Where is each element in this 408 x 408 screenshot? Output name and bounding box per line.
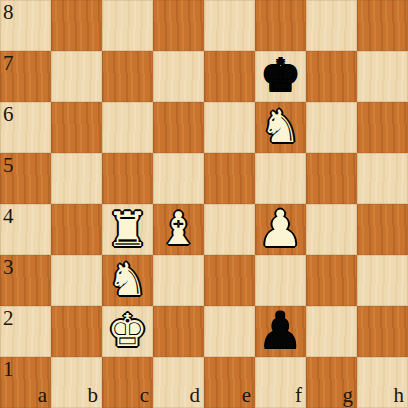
square-a6[interactable] bbox=[0, 102, 51, 153]
square-e3[interactable] bbox=[204, 255, 255, 306]
black-king: ♚ bbox=[260, 53, 300, 98]
white-rook: ♜ bbox=[106, 205, 149, 253]
square-g8[interactable] bbox=[306, 0, 357, 51]
square-c6[interactable] bbox=[102, 102, 153, 153]
square-a1[interactable] bbox=[0, 357, 51, 408]
square-g6[interactable] bbox=[306, 102, 357, 153]
square-d5[interactable] bbox=[153, 153, 204, 204]
square-d8[interactable] bbox=[153, 0, 204, 51]
square-b6[interactable] bbox=[51, 102, 102, 153]
square-f4[interactable]: ♟ bbox=[255, 204, 306, 255]
square-g3[interactable] bbox=[306, 255, 357, 306]
square-e8[interactable] bbox=[204, 0, 255, 51]
square-e1[interactable] bbox=[204, 357, 255, 408]
square-h1[interactable] bbox=[357, 357, 408, 408]
square-a5[interactable] bbox=[0, 153, 51, 204]
square-h5[interactable] bbox=[357, 153, 408, 204]
square-f8[interactable] bbox=[255, 0, 306, 51]
square-b5[interactable] bbox=[51, 153, 102, 204]
square-h4[interactable] bbox=[357, 204, 408, 255]
square-d4[interactable]: ♝ bbox=[153, 204, 204, 255]
square-c1[interactable] bbox=[102, 357, 153, 408]
square-b7[interactable] bbox=[51, 51, 102, 102]
square-d1[interactable] bbox=[153, 357, 204, 408]
square-f3[interactable] bbox=[255, 255, 306, 306]
white-bishop: ♝ bbox=[158, 206, 198, 251]
square-b3[interactable] bbox=[51, 255, 102, 306]
square-a3[interactable] bbox=[0, 255, 51, 306]
square-c7[interactable] bbox=[102, 51, 153, 102]
square-d6[interactable] bbox=[153, 102, 204, 153]
square-h3[interactable] bbox=[357, 255, 408, 306]
square-c4[interactable]: ♜ bbox=[102, 204, 153, 255]
white-king: ♚ bbox=[107, 308, 147, 353]
square-b4[interactable] bbox=[51, 204, 102, 255]
square-f2[interactable]: ♟ bbox=[255, 306, 306, 357]
chess-board: ♚♞♜♝♟♞♚♟87654321abcdefgh bbox=[0, 0, 408, 408]
square-c2[interactable]: ♚ bbox=[102, 306, 153, 357]
square-f1[interactable] bbox=[255, 357, 306, 408]
square-e4[interactable] bbox=[204, 204, 255, 255]
square-c3[interactable]: ♞ bbox=[102, 255, 153, 306]
square-e5[interactable] bbox=[204, 153, 255, 204]
white-pawn: ♟ bbox=[258, 204, 303, 254]
square-e6[interactable] bbox=[204, 102, 255, 153]
square-f7[interactable]: ♚ bbox=[255, 51, 306, 102]
square-b8[interactable] bbox=[51, 0, 102, 51]
square-c5[interactable] bbox=[102, 153, 153, 204]
square-e2[interactable] bbox=[204, 306, 255, 357]
white-knight: ♞ bbox=[107, 257, 147, 302]
square-f6[interactable]: ♞ bbox=[255, 102, 306, 153]
square-h2[interactable] bbox=[357, 306, 408, 357]
square-d7[interactable] bbox=[153, 51, 204, 102]
square-d2[interactable] bbox=[153, 306, 204, 357]
square-g7[interactable] bbox=[306, 51, 357, 102]
square-a2[interactable] bbox=[0, 306, 51, 357]
square-h7[interactable] bbox=[357, 51, 408, 102]
square-b2[interactable] bbox=[51, 306, 102, 357]
square-b1[interactable] bbox=[51, 357, 102, 408]
square-h8[interactable] bbox=[357, 0, 408, 51]
square-d3[interactable] bbox=[153, 255, 204, 306]
square-g5[interactable] bbox=[306, 153, 357, 204]
square-g4[interactable] bbox=[306, 204, 357, 255]
square-a4[interactable] bbox=[0, 204, 51, 255]
square-c8[interactable] bbox=[102, 0, 153, 51]
square-a8[interactable] bbox=[0, 0, 51, 51]
square-e7[interactable] bbox=[204, 51, 255, 102]
square-h6[interactable] bbox=[357, 102, 408, 153]
square-g1[interactable] bbox=[306, 357, 357, 408]
square-a7[interactable] bbox=[0, 51, 51, 102]
white-knight: ♞ bbox=[260, 104, 300, 149]
square-f5[interactable] bbox=[255, 153, 306, 204]
square-g2[interactable] bbox=[306, 306, 357, 357]
black-pawn: ♟ bbox=[258, 306, 303, 356]
